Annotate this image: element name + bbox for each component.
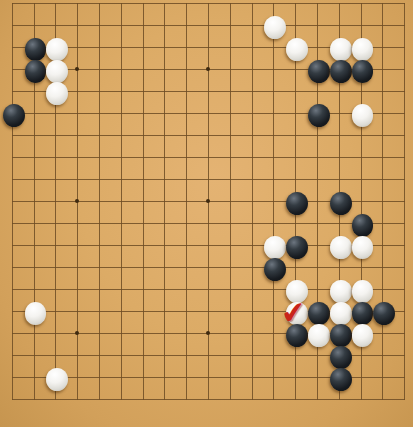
go-board: ✔	[0, 0, 413, 427]
correct-move-checkmark: ✔	[280, 296, 308, 328]
annotations-layer: ✔	[0, 0, 413, 427]
